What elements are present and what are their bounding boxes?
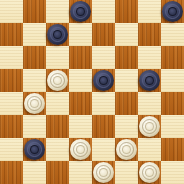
square-f8[interactable] — [115, 0, 138, 23]
white-man[interactable] — [24, 93, 45, 114]
square-g8[interactable] — [138, 0, 161, 23]
white-man[interactable] — [47, 70, 68, 91]
square-b5[interactable] — [23, 69, 46, 92]
square-d7[interactable] — [69, 23, 92, 46]
square-e4[interactable] — [92, 92, 115, 115]
square-f3[interactable] — [115, 115, 138, 138]
square-h5[interactable] — [161, 69, 184, 92]
square-b2[interactable] — [23, 138, 46, 161]
square-g1[interactable] — [138, 161, 161, 184]
square-g3[interactable] — [138, 115, 161, 138]
square-a2[interactable] — [0, 138, 23, 161]
black-man[interactable] — [70, 1, 91, 22]
square-h6[interactable] — [161, 46, 184, 69]
square-f1[interactable] — [115, 161, 138, 184]
square-c7[interactable] — [46, 23, 69, 46]
square-b1[interactable] — [23, 161, 46, 184]
square-c8[interactable] — [46, 0, 69, 23]
square-h4[interactable] — [161, 92, 184, 115]
square-c3[interactable] — [46, 115, 69, 138]
black-man[interactable] — [24, 139, 45, 160]
square-b3[interactable] — [23, 115, 46, 138]
square-f6[interactable] — [115, 46, 138, 69]
square-d5[interactable] — [69, 69, 92, 92]
square-g5[interactable] — [138, 69, 161, 92]
square-e8[interactable] — [92, 0, 115, 23]
square-c6[interactable] — [46, 46, 69, 69]
square-f5[interactable] — [115, 69, 138, 92]
square-b8[interactable] — [23, 0, 46, 23]
square-g2[interactable] — [138, 138, 161, 161]
square-e2[interactable] — [92, 138, 115, 161]
black-man[interactable] — [139, 70, 160, 91]
square-c4[interactable] — [46, 92, 69, 115]
square-h1[interactable] — [161, 161, 184, 184]
square-e3[interactable] — [92, 115, 115, 138]
square-h7[interactable] — [161, 23, 184, 46]
black-man[interactable] — [162, 1, 183, 22]
square-e1[interactable] — [92, 161, 115, 184]
white-man[interactable] — [139, 116, 160, 137]
square-a6[interactable] — [0, 46, 23, 69]
square-e6[interactable] — [92, 46, 115, 69]
square-f4[interactable] — [115, 92, 138, 115]
square-a7[interactable] — [0, 23, 23, 46]
square-g7[interactable] — [138, 23, 161, 46]
square-a8[interactable] — [0, 0, 23, 23]
white-man[interactable] — [70, 139, 91, 160]
square-f2[interactable] — [115, 138, 138, 161]
black-man[interactable] — [93, 70, 114, 91]
square-h2[interactable] — [161, 138, 184, 161]
square-d6[interactable] — [69, 46, 92, 69]
square-a5[interactable] — [0, 69, 23, 92]
square-d4[interactable] — [69, 92, 92, 115]
white-man[interactable] — [93, 162, 114, 183]
square-b4[interactable] — [23, 92, 46, 115]
square-c1[interactable] — [46, 161, 69, 184]
white-man[interactable] — [139, 162, 160, 183]
square-a4[interactable] — [0, 92, 23, 115]
square-f7[interactable] — [115, 23, 138, 46]
square-h8[interactable] — [161, 0, 184, 23]
square-g4[interactable] — [138, 92, 161, 115]
square-c5[interactable] — [46, 69, 69, 92]
square-d8[interactable] — [69, 0, 92, 23]
square-b6[interactable] — [23, 46, 46, 69]
square-g6[interactable] — [138, 46, 161, 69]
checkers-board — [0, 0, 184, 184]
square-d3[interactable] — [69, 115, 92, 138]
square-d2[interactable] — [69, 138, 92, 161]
square-a3[interactable] — [0, 115, 23, 138]
square-a1[interactable] — [0, 161, 23, 184]
black-man[interactable] — [47, 24, 68, 45]
square-h3[interactable] — [161, 115, 184, 138]
square-c2[interactable] — [46, 138, 69, 161]
square-d1[interactable] — [69, 161, 92, 184]
square-e7[interactable] — [92, 23, 115, 46]
white-man[interactable] — [116, 139, 137, 160]
square-b7[interactable] — [23, 23, 46, 46]
square-e5[interactable] — [92, 69, 115, 92]
